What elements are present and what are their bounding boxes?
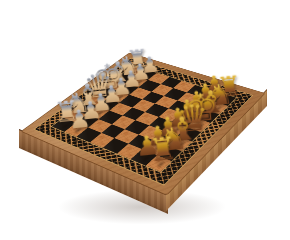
chess-set-photo: ♜♞♝♛♚♝♞♜♟♟♟♟♟♟♟♟♟♟♟♟♟♟♟♟♜♞♝♛♚♝♞♜ — [0, 0, 290, 240]
chess-board: ♜♞♝♛♚♝♞♜♟♟♟♟♟♟♟♟♟♟♟♟♟♟♟♟♜♞♝♛♚♝♞♜ — [21, 52, 266, 195]
